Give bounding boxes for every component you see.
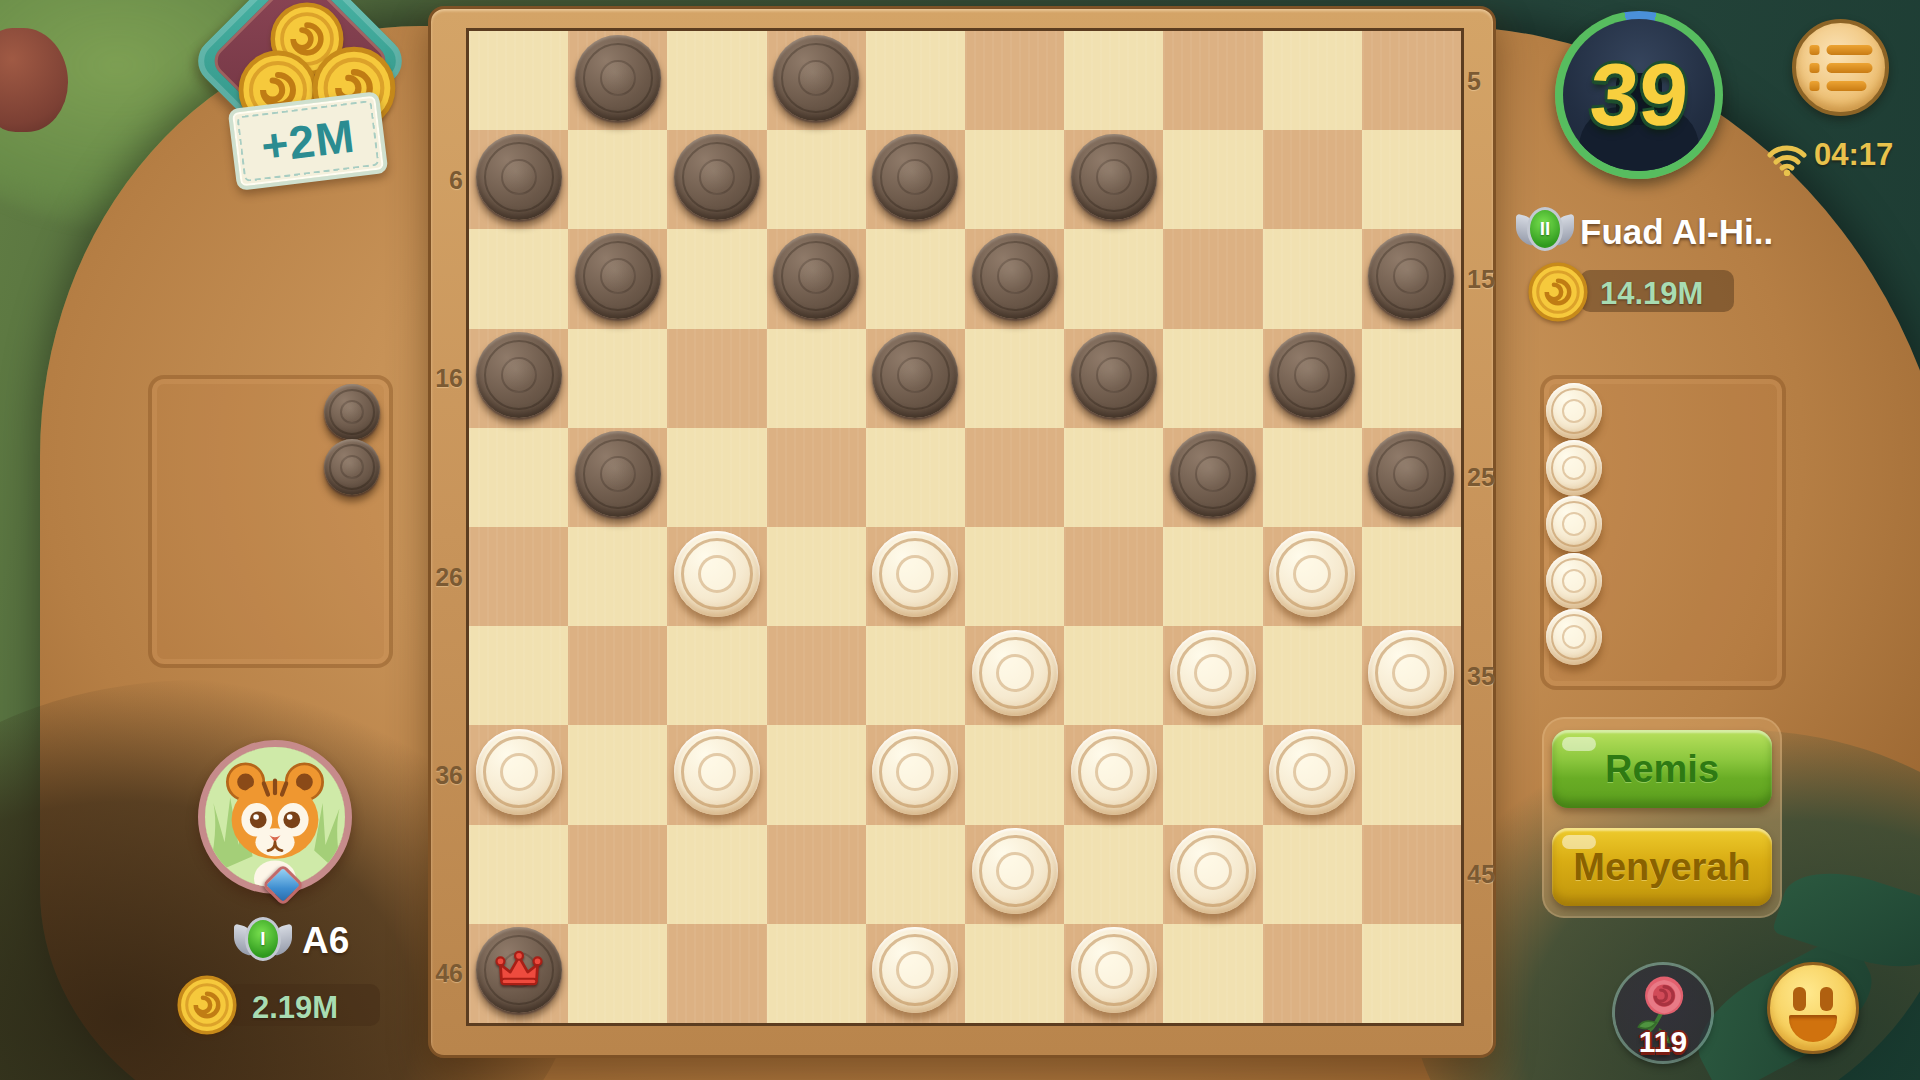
- board-square-42[interactable]: [767, 825, 866, 924]
- piece-dark-man[interactable]: [773, 35, 859, 121]
- captured-white-piece: [1546, 609, 1602, 665]
- piece-dark-man[interactable]: [674, 134, 760, 220]
- piece-white-man[interactable]: [872, 531, 958, 617]
- piece-white-man[interactable]: [1170, 828, 1256, 914]
- board-square-light: [1362, 329, 1461, 428]
- board-square-14[interactable]: [1163, 229, 1262, 328]
- board-square-light: [1163, 725, 1262, 824]
- board-square-32[interactable]: [767, 626, 866, 725]
- board-square-light: [1163, 924, 1262, 1023]
- piece-dark-man[interactable]: [872, 332, 958, 418]
- board-square-26[interactable]: [469, 527, 568, 626]
- board-square-light: [469, 428, 568, 527]
- captured-white-piece: [1546, 553, 1602, 609]
- board-square-light: [1362, 527, 1461, 626]
- board-square-light: [1163, 329, 1262, 428]
- piece-white-man[interactable]: [674, 729, 760, 815]
- wifi-icon: [1763, 138, 1811, 176]
- menu-button[interactable]: [1792, 19, 1889, 116]
- piece-white-man[interactable]: [1071, 927, 1157, 1013]
- board-square-light: [1362, 725, 1461, 824]
- board-square-41[interactable]: [568, 825, 667, 924]
- board-square-5[interactable]: [1362, 31, 1461, 130]
- board-frame: 616263646515253545: [428, 6, 1496, 1058]
- board-label-5: 5: [1467, 66, 1497, 95]
- draw-button-label: Remis: [1605, 748, 1719, 791]
- board-square-3[interactable]: [965, 31, 1064, 130]
- board-square-light: [568, 130, 667, 229]
- piece-dark-man[interactable]: [773, 233, 859, 319]
- board-square-light: [667, 229, 766, 328]
- piece-dark-man[interactable]: [1170, 431, 1256, 517]
- piece-dark-man[interactable]: [476, 332, 562, 418]
- board-label-6: 6: [435, 165, 463, 194]
- opponent-coins: 14.19M: [1600, 276, 1703, 312]
- board-square-light: [866, 31, 965, 130]
- board-square-light: [767, 329, 866, 428]
- board-square-4[interactable]: [1163, 31, 1262, 130]
- piece-dark-man[interactable]: [575, 233, 661, 319]
- board-square-light: [767, 527, 866, 626]
- draw-button[interactable]: Remis: [1552, 730, 1772, 808]
- smiley-icon: [1793, 987, 1806, 1011]
- captured-white-piece: [1546, 383, 1602, 439]
- opponent-rank-value: II: [1527, 207, 1563, 251]
- board-label-45: 45: [1467, 860, 1497, 889]
- board-square-light: [568, 924, 667, 1023]
- piece-white-man[interactable]: [972, 630, 1058, 716]
- piece-dark-man[interactable]: [1368, 233, 1454, 319]
- piece-white-man[interactable]: [1071, 729, 1157, 815]
- board-square-light: [1064, 229, 1163, 328]
- piece-dark-man[interactable]: [476, 134, 562, 220]
- piece-white-man[interactable]: [972, 828, 1058, 914]
- smiley-icon: [1820, 987, 1833, 1011]
- board-square-light: [568, 527, 667, 626]
- board-square-light: [1263, 31, 1362, 130]
- board-square-light: [469, 825, 568, 924]
- board-label-36: 36: [435, 761, 463, 790]
- board-square-light: [965, 130, 1064, 229]
- board-label-16: 16: [435, 364, 463, 393]
- board-square-light: [1064, 31, 1163, 130]
- player-rank-badge: I: [234, 916, 292, 962]
- board-grid: [469, 31, 1461, 1023]
- piece-dark-man[interactable]: [1071, 332, 1157, 418]
- board-zone: 616263646515253545: [466, 28, 1464, 1026]
- board-square-light: [767, 924, 866, 1023]
- board-square-light: [965, 527, 1064, 626]
- board-square-light: [1064, 626, 1163, 725]
- board-square-light: [1064, 825, 1163, 924]
- piece-dark-man[interactable]: [972, 233, 1058, 319]
- piece-dark-king[interactable]: [476, 927, 562, 1013]
- board-square-light: [568, 329, 667, 428]
- piece-white-man[interactable]: [1269, 729, 1355, 815]
- board-label-35: 35: [1467, 661, 1497, 690]
- board-square-17[interactable]: [667, 329, 766, 428]
- board-square-light: [965, 329, 1064, 428]
- piece-dark-man[interactable]: [575, 431, 661, 517]
- board-label-25: 25: [1467, 463, 1497, 492]
- board-square-light: [1362, 130, 1461, 229]
- board-square-light: [1263, 825, 1362, 924]
- opponent-name: Fuad Al-Hi..: [1580, 212, 1773, 252]
- smiley-icon: [1789, 1015, 1837, 1042]
- piece-dark-man[interactable]: [1269, 332, 1355, 418]
- board-square-light: [667, 428, 766, 527]
- resign-button-label: Menyerah: [1573, 846, 1750, 889]
- board-square-light: [469, 31, 568, 130]
- player-coins: 2.19M: [252, 990, 338, 1026]
- board-square-light: [1263, 428, 1362, 527]
- piece-dark-man[interactable]: [872, 134, 958, 220]
- captured-white-piece: [1546, 440, 1602, 496]
- board-square-45[interactable]: [1362, 825, 1461, 924]
- resign-button[interactable]: Menyerah: [1552, 828, 1772, 906]
- opponent-rank-badge: II: [1516, 206, 1574, 252]
- piece-white-man[interactable]: [872, 729, 958, 815]
- coin-icon: [177, 975, 237, 1035]
- board-square-22[interactable]: [767, 428, 866, 527]
- board-label-26: 26: [435, 562, 463, 591]
- captured-white-piece: [1546, 496, 1602, 552]
- tiger-avatar-image: [205, 747, 345, 887]
- board-square-light: [568, 725, 667, 824]
- board-square-light: [469, 229, 568, 328]
- emote-button[interactable]: [1767, 962, 1859, 1054]
- board-square-23[interactable]: [965, 428, 1064, 527]
- board-square-light: [866, 229, 965, 328]
- board-square-light: [965, 725, 1064, 824]
- piece-dark-man[interactable]: [575, 35, 661, 121]
- board-square-light: [767, 130, 866, 229]
- piece-white-man[interactable]: [674, 531, 760, 617]
- rose-count: 119: [1615, 1025, 1711, 1059]
- board-square-light: [667, 31, 766, 130]
- board-square-light: [1362, 924, 1461, 1023]
- board-square-light: [1263, 229, 1362, 328]
- captured-tray-left: [148, 375, 393, 668]
- board-square-10[interactable]: [1263, 130, 1362, 229]
- menu-icon: [1809, 45, 1872, 91]
- bonus-label: +2M: [232, 96, 384, 187]
- captured-dark-piece: [324, 439, 380, 495]
- opponent-timer: 39: [1551, 11, 1728, 179]
- piece-white-man[interactable]: [1269, 531, 1355, 617]
- game-screen: +2M 616263646515253545: [0, 0, 1920, 1080]
- board-square-29[interactable]: [1064, 527, 1163, 626]
- board-square-light: [469, 626, 568, 725]
- board-square-light: [667, 825, 766, 924]
- game-clock: 04:17: [1814, 137, 1893, 173]
- board-square-47[interactable]: [667, 924, 766, 1023]
- coin-icon: [1528, 262, 1588, 322]
- board-square-light: [866, 626, 965, 725]
- player-rank-value: I: [245, 917, 281, 961]
- board-square-50[interactable]: [1263, 924, 1362, 1023]
- board-square-light: [1064, 428, 1163, 527]
- board-square-light: [1163, 130, 1262, 229]
- player-name: A6: [302, 920, 349, 962]
- piece-white-man[interactable]: [476, 729, 562, 815]
- board-square-light: [767, 725, 866, 824]
- rose-gift-button[interactable]: 119: [1615, 965, 1711, 1061]
- board-square-light: [667, 626, 766, 725]
- board-label-46: 46: [435, 959, 463, 988]
- captured-tray-right: [1540, 375, 1786, 690]
- piece-white-man[interactable]: [1170, 630, 1256, 716]
- piece-white-man[interactable]: [1368, 630, 1454, 716]
- board-label-15: 15: [1467, 265, 1497, 294]
- board-square-light: [866, 428, 965, 527]
- board-square-light: [965, 924, 1064, 1023]
- board-square-light: [866, 825, 965, 924]
- board-square-31[interactable]: [568, 626, 667, 725]
- board-square-light: [1163, 527, 1262, 626]
- captured-dark-piece: [324, 384, 380, 440]
- piece-dark-man[interactable]: [1071, 134, 1157, 220]
- king-crown-icon: [495, 950, 543, 990]
- board-square-light: [1263, 626, 1362, 725]
